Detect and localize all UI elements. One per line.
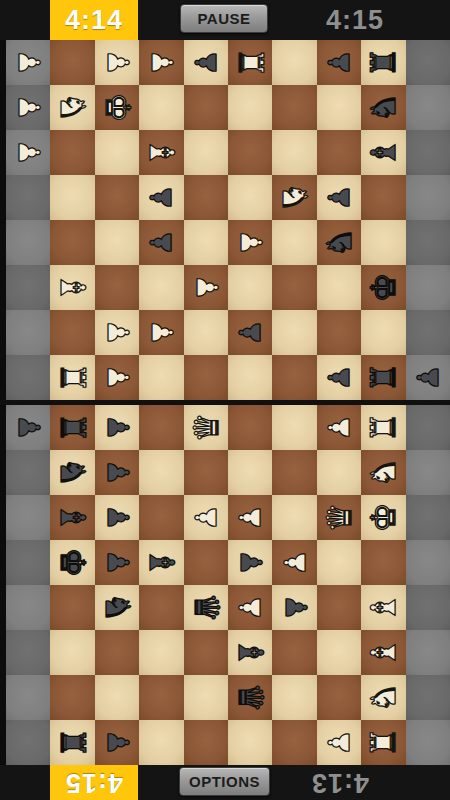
top-right-clock: 4:15	[300, 0, 410, 40]
board-square[interactable]	[228, 130, 272, 175]
board-square[interactable]	[361, 540, 405, 585]
black-pawn-piece[interactable]: ♟	[95, 505, 139, 531]
board-square[interactable]	[139, 675, 183, 720]
pocket-square[interactable]	[406, 540, 450, 585]
white-pawn-piece[interactable]: ♟	[184, 275, 228, 301]
white-pawn-piece[interactable]: ♟	[139, 320, 183, 346]
board-square[interactable]	[184, 310, 228, 355]
board-square[interactable]: ♟	[95, 450, 139, 495]
board-square[interactable]: ♝	[139, 540, 183, 585]
board-square[interactable]: ♜	[361, 40, 405, 85]
board-square[interactable]: ♟	[139, 310, 183, 355]
board-square[interactable]	[184, 130, 228, 175]
board-square[interactable]	[228, 450, 272, 495]
board-square[interactable]	[139, 495, 183, 540]
board-square[interactable]	[272, 720, 316, 765]
board-square[interactable]: ♝	[228, 630, 272, 675]
pocket-square[interactable]	[406, 175, 450, 220]
board-square[interactable]: ♜	[50, 405, 94, 450]
white-pawn-piece[interactable]: ♟	[95, 50, 139, 76]
board-square[interactable]	[184, 630, 228, 675]
board-square[interactable]	[228, 265, 272, 310]
pocket-square[interactable]	[6, 720, 50, 765]
board-square[interactable]	[50, 130, 94, 175]
board-square[interactable]: ♟	[228, 220, 272, 265]
black-rook-piece[interactable]: ♜	[361, 362, 405, 392]
board-square[interactable]: ♞	[361, 675, 405, 720]
white-knight-piece[interactable]: ♞	[272, 182, 316, 212]
board-square[interactable]	[228, 405, 272, 450]
white-pawn-piece[interactable]: ♟	[317, 730, 361, 756]
board-square[interactable]: ♛	[228, 675, 272, 720]
board-square[interactable]: ♛	[184, 405, 228, 450]
board-square[interactable]: ♞	[50, 450, 94, 495]
black-queen-piece[interactable]: ♛	[184, 592, 228, 622]
board-square[interactable]	[50, 675, 94, 720]
black-pawn-piece[interactable]: ♟	[228, 320, 272, 346]
white-rook-piece[interactable]: ♜	[361, 727, 405, 757]
board-square[interactable]: ♞	[361, 450, 405, 495]
board-square[interactable]: ♜	[361, 720, 405, 765]
white-rook-piece[interactable]: ♜	[50, 362, 94, 392]
white-pawn-piece[interactable]: ♟	[95, 365, 139, 391]
board-square[interactable]: ♟	[317, 355, 361, 400]
board-square[interactable]	[184, 85, 228, 130]
pocket-square[interactable]	[406, 450, 450, 495]
black-pawn-piece[interactable]: ♟	[317, 365, 361, 391]
bottom-board: ♟♜♟♛♟♜♞♟♞♝♟♟♟♛♚♚♟♝♟♟♞♛♟♟♝♝♝♛♞♜♟♟♜	[0, 405, 450, 765]
board-square[interactable]: ♟	[272, 540, 316, 585]
bottom-clock-bar: 4:15 OPTIONS 4:13	[0, 765, 450, 800]
board-square[interactable]	[317, 85, 361, 130]
white-pawn-piece[interactable]: ♟	[139, 50, 183, 76]
board-square[interactable]: ♝	[361, 630, 405, 675]
white-pawn-piece[interactable]: ♟	[228, 505, 272, 531]
pocket-square[interactable]	[6, 265, 50, 310]
top-clock-bar: 4:14 PAUSE 4:15	[0, 0, 450, 40]
board-square[interactable]: ♚	[50, 540, 94, 585]
white-pawn-piece[interactable]: ♟	[317, 415, 361, 441]
board-square[interactable]: ♛	[184, 585, 228, 630]
black-pawn-piece[interactable]: ♟	[95, 550, 139, 576]
board-square[interactable]: ♟	[228, 585, 272, 630]
pocket-square[interactable]	[406, 310, 450, 355]
pocket-square[interactable]	[6, 220, 50, 265]
board-square[interactable]	[95, 630, 139, 675]
board-square[interactable]	[228, 355, 272, 400]
white-pawn-piece[interactable]: ♟	[228, 595, 272, 621]
pocket-square[interactable]	[6, 495, 50, 540]
white-knight-piece[interactable]: ♞	[50, 92, 94, 122]
board-square[interactable]	[317, 675, 361, 720]
board-square[interactable]: ♞	[50, 85, 94, 130]
pocket-square[interactable]: ♟	[6, 405, 50, 450]
black-knight-piece[interactable]: ♞	[95, 592, 139, 622]
board-square[interactable]	[184, 720, 228, 765]
black-king-piece[interactable]: ♚	[50, 547, 94, 577]
black-pawn-piece[interactable]: ♟	[95, 730, 139, 756]
board-square[interactable]	[361, 175, 405, 220]
black-pawn-piece[interactable]: ♟	[139, 230, 183, 256]
pocket-square[interactable]	[6, 630, 50, 675]
board-square[interactable]: ♟	[317, 405, 361, 450]
board-square[interactable]	[272, 495, 316, 540]
board-square[interactable]: ♟	[184, 265, 228, 310]
white-knight-piece[interactable]: ♞	[361, 457, 405, 487]
pocket-square[interactable]	[406, 220, 450, 265]
board-square[interactable]: ♟	[95, 40, 139, 85]
board-square[interactable]	[317, 450, 361, 495]
pocket-square[interactable]	[6, 355, 50, 400]
board-square[interactable]: ♟	[95, 495, 139, 540]
white-rook-piece[interactable]: ♜	[228, 47, 272, 77]
board-square[interactable]	[139, 405, 183, 450]
board-square[interactable]	[139, 85, 183, 130]
board-square[interactable]: ♟	[95, 310, 139, 355]
top-board: ♟♟♟♟♜♟♜♟♞♚♞♟♝♝♟♞♟♟♟♞♝♟♚♟♟♟♜♟♟♜♟	[0, 40, 450, 400]
white-bishop-piece[interactable]: ♝	[361, 637, 405, 667]
white-queen-piece[interactable]: ♛	[317, 502, 361, 532]
pause-button[interactable]: PAUSE	[180, 4, 268, 33]
board-square[interactable]: ♝	[50, 265, 94, 310]
white-king-piece[interactable]: ♚	[95, 92, 139, 122]
board-square[interactable]	[50, 310, 94, 355]
pocket-square[interactable]	[406, 85, 450, 130]
pocket-square[interactable]	[6, 585, 50, 630]
black-bishop-piece[interactable]: ♝	[228, 637, 272, 667]
pocket-square[interactable]	[6, 450, 50, 495]
black-pawn-piece[interactable]: ♟	[95, 460, 139, 486]
board-square[interactable]	[228, 720, 272, 765]
board-square[interactable]: ♟	[317, 720, 361, 765]
white-pawn-piece[interactable]: ♟	[95, 320, 139, 346]
board-square[interactable]	[50, 630, 94, 675]
pocket-square[interactable]	[406, 265, 450, 310]
board-square[interactable]	[50, 40, 94, 85]
board-square[interactable]	[139, 265, 183, 310]
bottom-right-clock: 4:13	[285, 765, 395, 800]
pocket-square[interactable]: ♟	[6, 85, 50, 130]
white-rook-piece[interactable]: ♜	[361, 412, 405, 442]
pocket-square[interactable]	[6, 540, 50, 585]
black-pawn-piece[interactable]: ♟	[272, 595, 316, 621]
pocket-square[interactable]	[406, 675, 450, 720]
white-pawn-piece[interactable]: ♟	[6, 95, 50, 121]
board-square[interactable]	[184, 355, 228, 400]
board-square[interactable]	[139, 720, 183, 765]
board-square[interactable]	[95, 675, 139, 720]
board-square[interactable]	[272, 130, 316, 175]
board-square[interactable]: ♞	[317, 220, 361, 265]
black-bishop-piece[interactable]: ♝	[50, 502, 94, 532]
pocket-square[interactable]	[406, 585, 450, 630]
black-pawn-piece[interactable]: ♟	[317, 185, 361, 211]
black-pawn-piece[interactable]: ♟	[228, 550, 272, 576]
white-king-piece[interactable]: ♚	[361, 502, 405, 532]
board-square[interactable]	[272, 630, 316, 675]
board-square[interactable]: ♞	[272, 175, 316, 220]
white-queen-piece[interactable]: ♛	[184, 412, 228, 442]
board-square[interactable]	[228, 85, 272, 130]
board-square[interactable]: ♞	[361, 85, 405, 130]
black-pawn-piece[interactable]: ♟	[317, 50, 361, 76]
board-square[interactable]: ♚	[361, 265, 405, 310]
board-square[interactable]	[50, 585, 94, 630]
black-bishop-piece[interactable]: ♝	[139, 547, 183, 577]
pocket-square[interactable]: ♟	[6, 130, 50, 175]
black-pawn-piece[interactable]: ♟	[6, 415, 50, 441]
black-rook-piece[interactable]: ♜	[361, 47, 405, 77]
board-square[interactable]: ♝	[50, 495, 94, 540]
board-square[interactable]: ♜	[50, 355, 94, 400]
pocket-square[interactable]	[406, 130, 450, 175]
board-square[interactable]: ♝	[361, 585, 405, 630]
black-knight-piece[interactable]: ♞	[50, 457, 94, 487]
black-pawn-piece[interactable]: ♟	[139, 185, 183, 211]
white-pawn-piece[interactable]: ♟	[272, 550, 316, 576]
board-square[interactable]	[272, 310, 316, 355]
pocket-square[interactable]: ♟	[6, 40, 50, 85]
board-square[interactable]	[272, 405, 316, 450]
board-square[interactable]: ♟	[95, 540, 139, 585]
board-square[interactable]	[361, 220, 405, 265]
board-square[interactable]	[139, 630, 183, 675]
pocket-square[interactable]	[6, 310, 50, 355]
board-square[interactable]: ♟	[228, 540, 272, 585]
board-square[interactable]	[272, 85, 316, 130]
board-square[interactable]: ♞	[95, 585, 139, 630]
white-bishop-piece[interactable]: ♝	[50, 272, 94, 302]
black-knight-piece[interactable]: ♞	[361, 92, 405, 122]
black-bishop-piece[interactable]: ♝	[361, 137, 405, 167]
board-square[interactable]: ♜	[361, 355, 405, 400]
board-square[interactable]	[272, 355, 316, 400]
board-square[interactable]	[50, 175, 94, 220]
board-square[interactable]: ♛	[317, 495, 361, 540]
white-pawn-piece[interactable]: ♟	[6, 50, 50, 76]
board-square[interactable]: ♟	[95, 720, 139, 765]
pocket-square[interactable]	[6, 675, 50, 720]
white-pawn-piece[interactable]: ♟	[228, 230, 272, 256]
board-square[interactable]: ♜	[361, 405, 405, 450]
board-square[interactable]	[272, 40, 316, 85]
board-square[interactable]	[317, 310, 361, 355]
board-square[interactable]	[139, 585, 183, 630]
board-square[interactable]	[317, 265, 361, 310]
app-screen: 4:14 PAUSE 4:15 ♟♟♟♟♜♟♜♟♞♚♞♟♝♝♟♞♟♟♟♞♝♟♚♟…	[0, 0, 450, 800]
pocket-square[interactable]	[406, 720, 450, 765]
board-square[interactable]	[272, 265, 316, 310]
board-square[interactable]: ♝	[139, 130, 183, 175]
board-square[interactable]: ♟	[139, 40, 183, 85]
board-square[interactable]: ♚	[361, 495, 405, 540]
bottom-left-clock: 4:15	[50, 765, 138, 800]
board-square[interactable]: ♟	[228, 495, 272, 540]
pocket-square[interactable]	[406, 495, 450, 540]
board-square[interactable]	[272, 220, 316, 265]
pocket-square[interactable]	[406, 630, 450, 675]
options-button[interactable]: OPTIONS	[179, 767, 270, 796]
board-square[interactable]: ♟	[95, 355, 139, 400]
board-square[interactable]	[317, 130, 361, 175]
board-square[interactable]	[95, 130, 139, 175]
board-square[interactable]: ♟	[139, 175, 183, 220]
top-left-clock: 4:14	[50, 0, 138, 40]
board-square[interactable]: ♝	[361, 130, 405, 175]
board-square[interactable]	[272, 450, 316, 495]
black-queen-piece[interactable]: ♛	[228, 682, 272, 712]
board-square[interactable]	[184, 450, 228, 495]
white-bishop-piece[interactable]: ♝	[139, 137, 183, 167]
black-pawn-piece[interactable]: ♟	[406, 365, 450, 391]
pocket-square[interactable]	[6, 175, 50, 220]
white-knight-piece[interactable]: ♞	[361, 682, 405, 712]
board-square[interactable]	[228, 175, 272, 220]
board-square[interactable]	[361, 310, 405, 355]
board-square[interactable]	[95, 220, 139, 265]
board-square[interactable]	[317, 630, 361, 675]
board-square[interactable]	[95, 175, 139, 220]
board-square[interactable]	[317, 585, 361, 630]
board-square[interactable]: ♟	[184, 40, 228, 85]
black-rook-piece[interactable]: ♜	[50, 412, 94, 442]
board-square[interactable]: ♟	[139, 220, 183, 265]
board-square[interactable]	[95, 265, 139, 310]
pocket-square[interactable]	[406, 405, 450, 450]
board-square[interactable]	[184, 220, 228, 265]
black-rook-piece[interactable]: ♜	[50, 727, 94, 757]
black-knight-piece[interactable]: ♞	[317, 227, 361, 257]
board-square[interactable]: ♚	[95, 85, 139, 130]
white-pawn-piece[interactable]: ♟	[184, 505, 228, 531]
board-square[interactable]	[50, 220, 94, 265]
black-pawn-piece[interactable]: ♟	[184, 50, 228, 76]
board-square[interactable]: ♜	[228, 40, 272, 85]
board-square[interactable]: ♟	[317, 175, 361, 220]
board-square[interactable]: ♟	[317, 40, 361, 85]
board-square[interactable]: ♜	[50, 720, 94, 765]
white-bishop-piece[interactable]: ♝	[361, 592, 405, 622]
pocket-square[interactable]	[406, 40, 450, 85]
board-square[interactable]: ♟	[95, 405, 139, 450]
board-square[interactable]	[184, 540, 228, 585]
white-pawn-piece[interactable]: ♟	[6, 140, 50, 166]
board-square[interactable]	[139, 450, 183, 495]
pocket-square[interactable]: ♟	[406, 355, 450, 400]
black-king-piece[interactable]: ♚	[361, 272, 405, 302]
board-square[interactable]	[139, 355, 183, 400]
board-square[interactable]	[184, 175, 228, 220]
board-square[interactable]: ♟	[228, 310, 272, 355]
board-square[interactable]	[317, 540, 361, 585]
black-pawn-piece[interactable]: ♟	[95, 415, 139, 441]
board-square[interactable]	[272, 675, 316, 720]
board-square[interactable]: ♟	[184, 495, 228, 540]
board-square[interactable]	[184, 675, 228, 720]
board-square[interactable]: ♟	[272, 585, 316, 630]
